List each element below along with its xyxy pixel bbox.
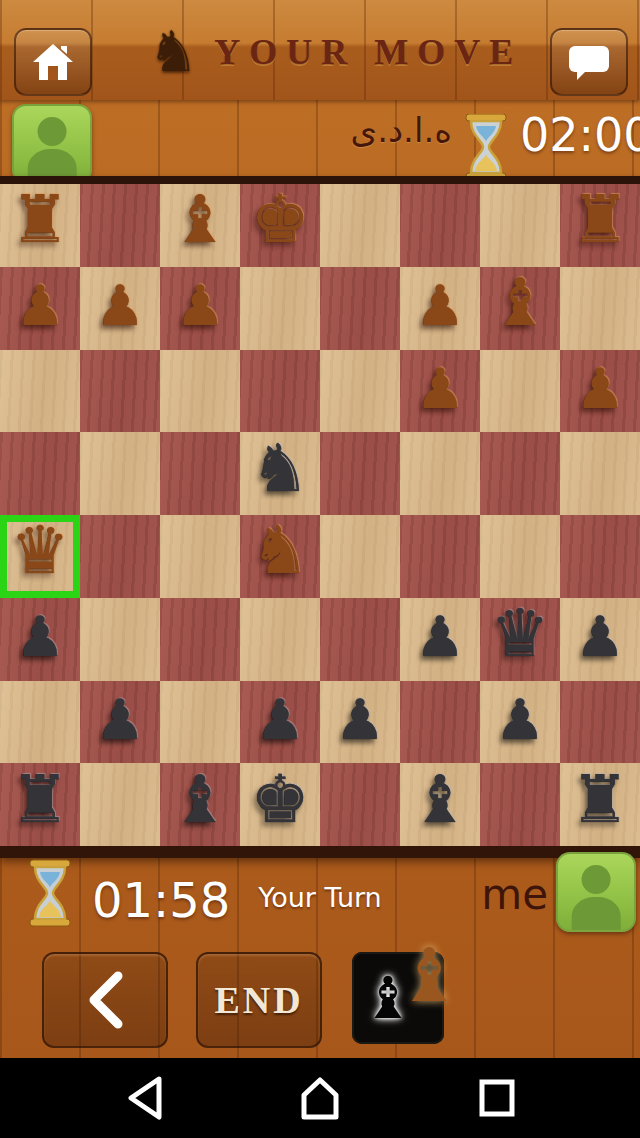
- square-r5c4[interactable]: ♞: [240, 515, 320, 598]
- square-r5c7[interactable]: [480, 515, 560, 598]
- brown-bishop[interactable]: ♝: [170, 187, 229, 253]
- square-r6c2[interactable]: [80, 598, 160, 681]
- square-r1c8[interactable]: ♜: [560, 184, 640, 267]
- opponent-name: ه.ا.د.ى: [351, 110, 452, 150]
- square-r4c6[interactable]: [400, 432, 480, 515]
- square-r2c4[interactable]: [240, 267, 320, 350]
- square-r3c1[interactable]: [0, 350, 80, 433]
- square-r2c3[interactable]: ♟: [160, 267, 240, 350]
- square-r3c8[interactable]: ♟: [560, 350, 640, 433]
- square-r5c5[interactable]: [320, 515, 400, 598]
- square-r4c1[interactable]: [0, 432, 80, 515]
- square-r1c7[interactable]: [480, 184, 560, 267]
- back-triangle-icon[interactable]: [125, 1076, 165, 1120]
- brown-pawn[interactable]: ♟: [575, 361, 625, 417]
- knight-statue-icon: ♞: [148, 24, 198, 80]
- board-frame: ♜♝♚♜♟♟♟♟♝♟♟♞♛♞♟♟♛♟♟♟♟♟♜♝♚♝♜: [0, 176, 640, 858]
- square-r1c6[interactable]: [400, 184, 480, 267]
- square-r4c2[interactable]: [80, 432, 160, 515]
- brown-queen[interactable]: ♛: [10, 518, 69, 584]
- captured-piece-tray[interactable]: ♝ ♝: [352, 952, 444, 1044]
- grey-pawn[interactable]: ♟: [95, 692, 145, 748]
- home-icon: [31, 42, 75, 82]
- square-r7c3[interactable]: [160, 681, 240, 764]
- grey-king[interactable]: ♚: [250, 767, 309, 833]
- hourglass-icon: [462, 114, 510, 180]
- back-chevron-icon: [82, 970, 128, 1030]
- square-r6c4[interactable]: [240, 598, 320, 681]
- square-r8c5[interactable]: [320, 763, 400, 846]
- square-r2c5[interactable]: [320, 267, 400, 350]
- brown-rook[interactable]: ♜: [10, 187, 69, 253]
- square-r6c1[interactable]: ♟: [0, 598, 80, 681]
- brown-bishop[interactable]: ♝: [490, 270, 549, 336]
- recents-square-icon[interactable]: [477, 1076, 517, 1120]
- back-button[interactable]: [42, 952, 168, 1048]
- chess-app-screen: ♞ YOUR MOVE ه.ا.د.ى 02:00: [0, 0, 640, 1138]
- home-button[interactable]: [14, 28, 92, 96]
- brown-bishop-icon: ♝: [396, 938, 462, 1012]
- square-r7c2[interactable]: ♟: [80, 681, 160, 764]
- title-group: ♞ YOUR MOVE: [148, 14, 522, 90]
- opponent-bar: ه.ا.د.ى 02:00: [0, 100, 640, 176]
- square-r1c1[interactable]: ♜: [0, 184, 80, 267]
- square-r3c2[interactable]: [80, 350, 160, 433]
- square-r2c1[interactable]: ♟: [0, 267, 80, 350]
- square-r2c7[interactable]: ♝: [480, 267, 560, 350]
- opponent-timer: 02:00: [520, 108, 640, 162]
- square-r3c7[interactable]: [480, 350, 560, 433]
- home-house-icon[interactable]: [298, 1076, 342, 1120]
- page-title: YOUR MOVE: [214, 31, 522, 73]
- square-r5c8[interactable]: [560, 515, 640, 598]
- square-r4c4[interactable]: ♞: [240, 432, 320, 515]
- brown-king[interactable]: ♚: [250, 187, 309, 253]
- square-r5c1[interactable]: ♛: [0, 515, 80, 598]
- square-r4c3[interactable]: [160, 432, 240, 515]
- square-r7c5[interactable]: ♟: [320, 681, 400, 764]
- square-r4c8[interactable]: [560, 432, 640, 515]
- square-r5c3[interactable]: [160, 515, 240, 598]
- grey-pawn[interactable]: ♟: [575, 609, 625, 665]
- square-r2c8[interactable]: [560, 267, 640, 350]
- brown-pawn[interactable]: ♟: [15, 278, 65, 334]
- square-r3c3[interactable]: [160, 350, 240, 433]
- square-r8c7[interactable]: [480, 763, 560, 846]
- chess-board: ♜♝♚♜♟♟♟♟♝♟♟♞♛♞♟♟♛♟♟♟♟♟♜♝♚♝♜: [0, 184, 640, 846]
- square-r3c5[interactable]: [320, 350, 400, 433]
- square-r6c5[interactable]: [320, 598, 400, 681]
- square-r8c3[interactable]: ♝: [160, 763, 240, 846]
- grey-pawn[interactable]: ♟: [495, 692, 545, 748]
- brown-rook[interactable]: ♜: [570, 187, 629, 253]
- controls-row: END ♝ ♝: [0, 948, 640, 1058]
- square-r5c6[interactable]: [400, 515, 480, 598]
- brown-pawn[interactable]: ♟: [175, 278, 225, 334]
- square-r8c4[interactable]: ♚: [240, 763, 320, 846]
- opponent-avatar[interactable]: [12, 104, 92, 184]
- top-bar: ♞ YOUR MOVE: [0, 0, 640, 100]
- square-r1c4[interactable]: ♚: [240, 184, 320, 267]
- square-r6c7[interactable]: ♛: [480, 598, 560, 681]
- square-r5c2[interactable]: [80, 515, 160, 598]
- square-r7c1[interactable]: [0, 681, 80, 764]
- square-r6c8[interactable]: ♟: [560, 598, 640, 681]
- grey-pawn[interactable]: ♟: [335, 692, 385, 748]
- square-r6c6[interactable]: ♟: [400, 598, 480, 681]
- square-r6c3[interactable]: [160, 598, 240, 681]
- end-button[interactable]: END: [196, 952, 322, 1048]
- square-r2c2[interactable]: ♟: [80, 267, 160, 350]
- grey-pawn[interactable]: ♟: [15, 609, 65, 665]
- my-status-bar: 01:58 Your Turn me: [0, 858, 640, 948]
- square-r8c6[interactable]: ♝: [400, 763, 480, 846]
- grey-pawn[interactable]: ♟: [255, 692, 305, 748]
- grey-queen[interactable]: ♛: [490, 601, 549, 667]
- brown-knight[interactable]: ♞: [250, 518, 309, 584]
- brown-pawn[interactable]: ♟: [95, 278, 145, 334]
- square-r3c6[interactable]: ♟: [400, 350, 480, 433]
- square-r2c6[interactable]: ♟: [400, 267, 480, 350]
- square-r7c4[interactable]: ♟: [240, 681, 320, 764]
- grey-rook[interactable]: ♜: [570, 767, 629, 833]
- brown-pawn[interactable]: ♟: [415, 278, 465, 334]
- square-r7c6[interactable]: [400, 681, 480, 764]
- chat-bubble-icon: [567, 42, 611, 82]
- square-r3c4[interactable]: [240, 350, 320, 433]
- chat-button[interactable]: [550, 28, 628, 96]
- my-avatar[interactable]: [556, 852, 636, 932]
- square-r7c7[interactable]: ♟: [480, 681, 560, 764]
- grey-pawn[interactable]: ♟: [415, 609, 465, 665]
- square-r8c1[interactable]: ♜: [0, 763, 80, 846]
- square-r7c8[interactable]: [560, 681, 640, 764]
- android-nav-bar: [0, 1058, 640, 1138]
- square-r1c2[interactable]: [80, 184, 160, 267]
- grey-rook[interactable]: ♜: [10, 767, 69, 833]
- grey-bishop[interactable]: ♝: [410, 767, 469, 833]
- square-r4c7[interactable]: [480, 432, 560, 515]
- end-button-label: END: [214, 978, 303, 1022]
- square-r8c8[interactable]: ♜: [560, 763, 640, 846]
- square-r1c5[interactable]: [320, 184, 400, 267]
- square-r4c5[interactable]: [320, 432, 400, 515]
- square-r1c3[interactable]: ♝: [160, 184, 240, 267]
- grey-knight[interactable]: ♞: [250, 436, 309, 502]
- grey-bishop[interactable]: ♝: [170, 767, 229, 833]
- my-name: me: [448, 870, 548, 919]
- brown-pawn[interactable]: ♟: [415, 361, 465, 417]
- square-r8c2[interactable]: [80, 763, 160, 846]
